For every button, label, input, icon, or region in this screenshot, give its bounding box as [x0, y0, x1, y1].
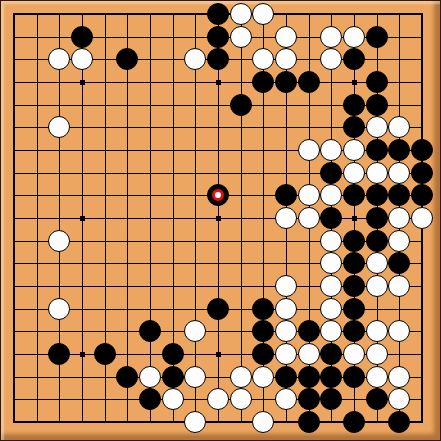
- white-stone[interactable]: [366, 252, 388, 274]
- white-stone[interactable]: [48, 298, 70, 320]
- black-stone[interactable]: [94, 343, 116, 365]
- black-stone[interactable]: [207, 3, 229, 25]
- black-stone[interactable]: [320, 162, 342, 184]
- black-stone[interactable]: [275, 71, 297, 93]
- black-stone[interactable]: [320, 388, 342, 410]
- white-stone[interactable]: [184, 411, 206, 433]
- white-stone[interactable]: [411, 207, 433, 229]
- white-stone[interactable]: [275, 26, 297, 48]
- grid-line-vertical: [241, 14, 242, 422]
- star-point: [352, 216, 357, 221]
- star-point: [80, 80, 85, 85]
- white-stone[interactable]: [275, 48, 297, 70]
- white-stone[interactable]: [388, 162, 410, 184]
- black-stone[interactable]: [343, 184, 365, 206]
- white-stone[interactable]: [343, 26, 365, 48]
- black-stone[interactable]: [366, 207, 388, 229]
- white-stone[interactable]: [366, 343, 388, 365]
- black-stone[interactable]: [162, 366, 184, 388]
- black-stone[interactable]: [298, 320, 320, 342]
- white-stone[interactable]: [298, 343, 320, 365]
- black-stone[interactable]: [320, 366, 342, 388]
- white-stone[interactable]: [298, 184, 320, 206]
- star-point: [352, 80, 357, 85]
- white-stone[interactable]: [230, 366, 252, 388]
- white-stone[interactable]: [320, 230, 342, 252]
- white-stone[interactable]: [343, 343, 365, 365]
- white-stone[interactable]: [275, 320, 297, 342]
- white-stone[interactable]: [366, 275, 388, 297]
- white-stone[interactable]: [298, 139, 320, 161]
- white-stone[interactable]: [184, 320, 206, 342]
- white-stone[interactable]: [230, 3, 252, 25]
- black-stone[interactable]: [252, 343, 274, 365]
- black-stone[interactable]: [343, 320, 365, 342]
- white-stone[interactable]: [366, 162, 388, 184]
- black-stone[interactable]: [366, 184, 388, 206]
- black-stone[interactable]: [343, 252, 365, 274]
- black-stone[interactable]: [320, 343, 342, 365]
- black-stone[interactable]: [71, 26, 93, 48]
- white-stone[interactable]: [252, 411, 274, 433]
- white-stone[interactable]: [48, 48, 70, 70]
- white-stone[interactable]: [252, 366, 274, 388]
- white-stone[interactable]: [298, 207, 320, 229]
- black-stone[interactable]: [366, 71, 388, 93]
- black-stone[interactable]: [298, 388, 320, 410]
- white-stone[interactable]: [320, 26, 342, 48]
- star-point: [216, 80, 221, 85]
- white-stone[interactable]: [162, 388, 184, 410]
- white-stone[interactable]: [320, 298, 342, 320]
- white-stone[interactable]: [366, 116, 388, 138]
- black-stone[interactable]: [207, 184, 229, 206]
- go-diagram: [0, 0, 441, 441]
- star-point: [216, 216, 221, 221]
- black-stone[interactable]: [139, 388, 161, 410]
- black-stone[interactable]: [298, 71, 320, 93]
- white-stone[interactable]: [388, 116, 410, 138]
- white-stone[interactable]: [275, 207, 297, 229]
- black-stone[interactable]: [343, 48, 365, 70]
- white-stone[interactable]: [343, 139, 365, 161]
- black-stone[interactable]: [388, 252, 410, 274]
- black-stone[interactable]: [116, 366, 138, 388]
- black-stone[interactable]: [411, 139, 433, 161]
- white-stone[interactable]: [320, 252, 342, 274]
- black-stone[interactable]: [48, 343, 70, 365]
- white-stone[interactable]: [230, 26, 252, 48]
- black-stone[interactable]: [343, 275, 365, 297]
- black-stone[interactable]: [207, 26, 229, 48]
- black-stone[interactable]: [230, 94, 252, 116]
- black-stone[interactable]: [366, 26, 388, 48]
- black-stone[interactable]: [162, 343, 184, 365]
- go-board[interactable]: [0, 0, 441, 441]
- black-stone[interactable]: [252, 320, 274, 342]
- black-stone[interactable]: [298, 366, 320, 388]
- black-stone[interactable]: [275, 366, 297, 388]
- white-stone[interactable]: [388, 366, 410, 388]
- black-stone[interactable]: [343, 94, 365, 116]
- white-stone[interactable]: [230, 388, 252, 410]
- white-stone[interactable]: [388, 230, 410, 252]
- white-stone[interactable]: [48, 116, 70, 138]
- black-stone[interactable]: [388, 139, 410, 161]
- white-stone[interactable]: [366, 366, 388, 388]
- black-stone[interactable]: [411, 162, 433, 184]
- white-stone[interactable]: [388, 388, 410, 410]
- black-stone[interactable]: [366, 139, 388, 161]
- white-stone[interactable]: [320, 139, 342, 161]
- white-stone[interactable]: [320, 184, 342, 206]
- white-stone[interactable]: [275, 388, 297, 410]
- white-stone[interactable]: [320, 275, 342, 297]
- black-stone[interactable]: [343, 298, 365, 320]
- black-stone[interactable]: [388, 184, 410, 206]
- black-stone[interactable]: [252, 298, 274, 320]
- black-stone[interactable]: [116, 48, 138, 70]
- white-stone[interactable]: [71, 48, 93, 70]
- black-stone[interactable]: [343, 366, 365, 388]
- star-point: [216, 352, 221, 357]
- black-stone[interactable]: [366, 94, 388, 116]
- white-stone[interactable]: [184, 48, 206, 70]
- black-stone[interactable]: [343, 116, 365, 138]
- white-stone[interactable]: [388, 275, 410, 297]
- white-stone[interactable]: [275, 343, 297, 365]
- black-stone[interactable]: [343, 230, 365, 252]
- white-stone[interactable]: [252, 48, 274, 70]
- white-stone[interactable]: [184, 366, 206, 388]
- white-stone[interactable]: [207, 388, 229, 410]
- white-stone[interactable]: [139, 366, 161, 388]
- white-stone[interactable]: [320, 48, 342, 70]
- black-stone[interactable]: [343, 411, 365, 433]
- white-stone[interactable]: [343, 162, 365, 184]
- black-stone[interactable]: [388, 411, 410, 433]
- black-stone[interactable]: [411, 184, 433, 206]
- white-stone[interactable]: [388, 207, 410, 229]
- black-stone[interactable]: [366, 388, 388, 410]
- black-stone[interactable]: [207, 48, 229, 70]
- white-stone[interactable]: [275, 275, 297, 297]
- white-stone[interactable]: [48, 230, 70, 252]
- white-stone[interactable]: [388, 320, 410, 342]
- star-point: [80, 352, 85, 357]
- star-point: [80, 216, 85, 221]
- white-stone[interactable]: [320, 320, 342, 342]
- white-stone[interactable]: [252, 3, 274, 25]
- white-stone[interactable]: [275, 298, 297, 320]
- white-stone[interactable]: [366, 320, 388, 342]
- black-stone[interactable]: [320, 207, 342, 229]
- last-move-circle-icon: [212, 189, 224, 201]
- black-stone[interactable]: [139, 320, 161, 342]
- black-stone[interactable]: [252, 71, 274, 93]
- black-stone[interactable]: [275, 184, 297, 206]
- black-stone[interactable]: [298, 411, 320, 433]
- black-stone[interactable]: [207, 298, 229, 320]
- black-stone[interactable]: [366, 230, 388, 252]
